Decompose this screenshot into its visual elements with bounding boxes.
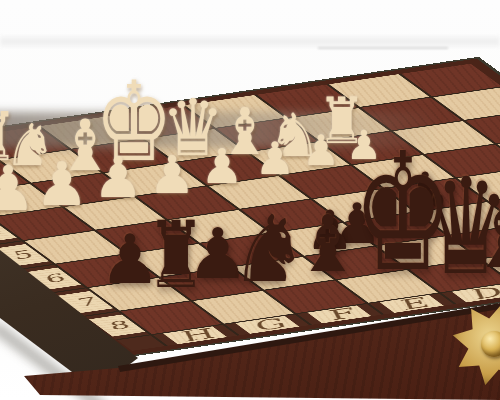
piece-g8-dark-knight[interactable]: ♞ bbox=[230, 204, 309, 296]
chess-set-photo: 12345678HGFEDCBA ♜♝♞♟♛♜♟♞♚♝♟♟♟♟♟♟♟♟♟♝♝♟♛… bbox=[0, 0, 500, 400]
piece-f2-light-pawn[interactable]: ♟ bbox=[93, 150, 143, 206]
clasp-knob-icon bbox=[481, 331, 500, 357]
piece-h8-dark-rook[interactable]: ♜ bbox=[146, 209, 206, 302]
piece-h2-light-pawn[interactable]: ♟ bbox=[0, 158, 36, 220]
piece-e8-dark-king[interactable]: ♚ bbox=[353, 131, 454, 294]
piece-e2-light-pawn[interactable]: ♟ bbox=[149, 149, 196, 201]
pieces-layer: ♜♝♞♟♛♜♟♞♚♝♟♟♟♟♟♟♟♟♟♝♝♟♛♟♚♞♜ bbox=[0, 0, 500, 400]
piece-g2-light-pawn[interactable]: ♟ bbox=[35, 154, 89, 214]
piece-d2-light-pawn[interactable]: ♟ bbox=[200, 142, 243, 190]
piece-b2-light-pawn[interactable]: ♟ bbox=[302, 130, 340, 172]
piece-c2-light-pawn[interactable]: ♟ bbox=[255, 136, 295, 181]
brass-clasp bbox=[452, 302, 500, 386]
